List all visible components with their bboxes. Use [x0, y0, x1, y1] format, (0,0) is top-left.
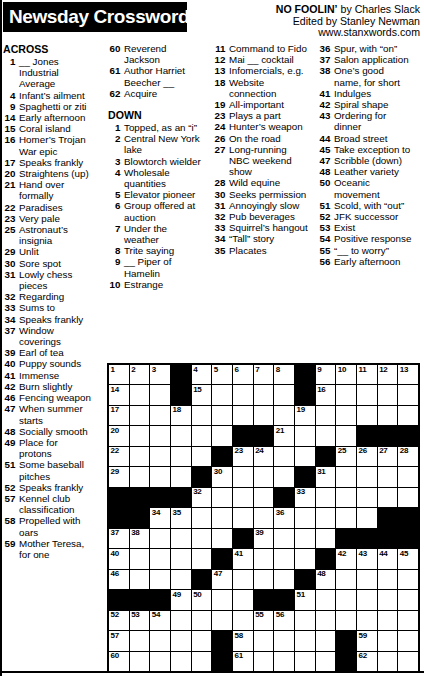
clue-text: Early afternoon: [19, 112, 91, 123]
cell-r2c1[interactable]: 14: [109, 385, 129, 404]
cell-r12c14[interactable]: [378, 590, 398, 609]
clue-number: 52: [318, 211, 334, 222]
cell-r13c7[interactable]: [233, 611, 253, 630]
cell-r6c9[interactable]: [274, 467, 294, 486]
across-clue-51: 51Some baseball pitches: [3, 459, 91, 481]
cell-r8c11[interactable]: [316, 508, 336, 527]
cell-r4c12[interactable]: [336, 426, 356, 445]
cell-r10c3[interactable]: [150, 549, 170, 568]
cell-r6c3[interactable]: [150, 467, 170, 486]
cell-r11c9[interactable]: [274, 570, 294, 589]
cell-r8c13[interactable]: [357, 508, 377, 527]
cell-r13c1[interactable]: 52: [109, 611, 129, 630]
cell-r1c8[interactable]: 7: [254, 365, 274, 384]
cell-r6c11[interactable]: 31: [316, 467, 336, 486]
cell-r4c2[interactable]: [130, 426, 150, 445]
block-r7c4: [171, 488, 191, 507]
cell-r13c9[interactable]: 56: [274, 611, 294, 630]
cell-r5c3[interactable]: [150, 447, 170, 466]
across-clue-23: 23Very pale: [3, 213, 91, 224]
clue-text: Reverend Jackson: [124, 43, 201, 65]
cell-r2c13[interactable]: [357, 385, 377, 404]
block-r8c14: [378, 508, 398, 527]
cell-r4c1[interactable]: 20: [109, 426, 129, 445]
clue-text: Mai __ cocktail: [229, 54, 309, 65]
cell-r7c14[interactable]: [378, 488, 398, 507]
clue-number: 42: [3, 381, 19, 392]
cell-r11c3[interactable]: [150, 570, 170, 589]
newspaper-crossword-clipping: { "game": "crossword", "variant": "Newsd…: [0, 0, 424, 676]
cell-r4c11[interactable]: [316, 426, 336, 445]
cell-r7c5[interactable]: 32: [192, 488, 212, 507]
clue-text: Immense: [19, 370, 91, 381]
cell-r10c14[interactable]: 44: [378, 549, 398, 568]
block-r10c11: [316, 549, 336, 568]
cell-r4c4[interactable]: [171, 426, 191, 445]
cell-r9c3[interactable]: [150, 529, 170, 548]
cell-r5c5[interactable]: [192, 447, 212, 466]
across-clue-37: 37Window coverings: [3, 325, 91, 347]
cell-r14c14[interactable]: [378, 631, 398, 650]
clue-number: 49: [3, 437, 19, 459]
cell-r14c8[interactable]: [254, 631, 274, 650]
block-r2c10: [295, 385, 315, 404]
cell-r14c7[interactable]: 58: [233, 631, 253, 650]
across-clue-9: 9Spaghetti or ziti: [3, 101, 91, 112]
cell-r1c12[interactable]: 10: [336, 365, 356, 384]
cell-r1c1[interactable]: 1: [109, 365, 129, 384]
down-clue-36: 36Spur, with “on”: [318, 43, 413, 54]
clue-text: Central New York lake: [124, 133, 201, 155]
cell-number: 23: [234, 447, 242, 456]
cell-r8c7[interactable]: [233, 508, 253, 527]
cell-number: 41: [234, 550, 242, 559]
cell-r4c10[interactable]: [295, 426, 315, 445]
cell-r8c3[interactable]: 34: [150, 508, 170, 527]
across-clue-21: 21Hand over formally: [3, 179, 91, 201]
clue-text: Fencing weapon: [19, 392, 91, 403]
cell-r15c10[interactable]: [295, 652, 315, 671]
clue-number: 25: [3, 224, 19, 246]
cell-r7c10[interactable]: 33: [295, 488, 315, 507]
cell-r12c6[interactable]: [212, 590, 232, 609]
cell-r6c7[interactable]: [233, 467, 253, 486]
cell-r9c9[interactable]: [274, 529, 294, 548]
cell-r4c6[interactable]: [212, 426, 232, 445]
cell-r6c4[interactable]: [171, 467, 191, 486]
cell-r2c8[interactable]: [254, 385, 274, 404]
cell-r9c2[interactable]: 38: [130, 529, 150, 548]
cell-number: 42: [338, 550, 346, 559]
cell-r2c2[interactable]: [130, 385, 150, 404]
block-r7c2: [130, 488, 150, 507]
down-clue-27: 27Long-running NBC weekend show: [213, 144, 309, 178]
clue-number: 3: [108, 156, 124, 167]
block-r8c15: [398, 508, 418, 527]
clue-text: Leather variety: [334, 166, 413, 177]
clue-text: Oceanic movement: [334, 177, 413, 199]
clue-number: 32: [213, 211, 229, 222]
cell-r9c4[interactable]: [171, 529, 191, 548]
across-clue-22: 22Paradises: [3, 202, 91, 213]
cell-r10c15[interactable]: 45: [398, 549, 418, 568]
cell-r12c4[interactable]: 49: [171, 590, 191, 609]
cell-r1c9[interactable]: 8: [274, 365, 294, 384]
cell-r5c9[interactable]: [274, 447, 294, 466]
cell-r5c7[interactable]: 23: [233, 447, 253, 466]
down-clue-30: 30Seeks permission: [213, 189, 309, 200]
across-clue-32: 32Regarding: [3, 291, 91, 302]
block-r12c2: [130, 590, 150, 609]
clue-text: Topped, as an “i”: [124, 122, 201, 133]
cell-r1c2[interactable]: 2: [130, 365, 150, 384]
cell-r9c1[interactable]: 37: [109, 529, 129, 548]
cell-r8c12[interactable]: [336, 508, 356, 527]
cell-r8c5[interactable]: [192, 508, 212, 527]
clue-number: 43: [318, 110, 334, 132]
cell-r12c5[interactable]: 50: [192, 590, 212, 609]
cell-r13c4[interactable]: [171, 611, 191, 630]
cell-r13c13[interactable]: [357, 611, 377, 630]
cell-number: 55: [255, 611, 263, 620]
clue-number: 44: [318, 133, 334, 144]
cell-number: 15: [193, 386, 201, 395]
cell-r11c13[interactable]: [357, 570, 377, 589]
cell-r1c11[interactable]: 9: [316, 365, 336, 384]
cell-r12c12[interactable]: [336, 590, 356, 609]
cell-r3c5[interactable]: [192, 406, 212, 425]
cell-r10c5[interactable]: [192, 549, 212, 568]
cell-r13c14[interactable]: [378, 611, 398, 630]
cell-r7c7[interactable]: [233, 488, 253, 507]
cell-r11c14[interactable]: [378, 570, 398, 589]
cell-r3c4[interactable]: 18: [171, 406, 191, 425]
cell-r9c11[interactable]: [316, 529, 336, 548]
clue-text: Sums to: [19, 302, 91, 313]
cell-r14c5[interactable]: [192, 631, 212, 650]
clue-number: 38: [318, 65, 334, 87]
puzzle-author: by Charles Slack: [341, 3, 420, 15]
cell-r15c13[interactable]: 62: [357, 652, 377, 671]
cell-r15c2[interactable]: [130, 652, 150, 671]
down-clue-51: 51Scold, with “out”: [318, 200, 413, 211]
cell-number: 61: [234, 652, 242, 661]
cell-r11c12[interactable]: [336, 570, 356, 589]
cell-number: 56: [276, 611, 284, 620]
cell-r14c3[interactable]: [150, 631, 170, 650]
cell-r2c11[interactable]: 16: [316, 385, 336, 404]
cell-number: 40: [111, 550, 119, 559]
cell-r1c3[interactable]: 3: [150, 365, 170, 384]
cell-r6c2[interactable]: [130, 467, 150, 486]
down-clue-19: 19All-important: [213, 99, 309, 110]
cell-r3c6[interactable]: [212, 406, 232, 425]
cell-r6c12[interactable]: [336, 467, 356, 486]
cell-r2c7[interactable]: [233, 385, 253, 404]
cell-r4c9[interactable]: 21: [274, 426, 294, 445]
cell-r5c1[interactable]: 22: [109, 447, 129, 466]
cell-r10c12[interactable]: 42: [336, 549, 356, 568]
cell-r1c6[interactable]: 5: [212, 365, 232, 384]
cell-r9c10[interactable]: [295, 529, 315, 548]
cell-r11c15[interactable]: [398, 570, 418, 589]
down-clue-50: 50Oceanic movement: [318, 177, 413, 199]
cell-r2c14[interactable]: [378, 385, 398, 404]
block-r4c14: [378, 426, 398, 445]
clue-text: Speaks frankly: [19, 314, 91, 325]
cell-r13c11[interactable]: [316, 611, 336, 630]
clue-text: JFK successor: [334, 211, 413, 222]
cell-r11c2[interactable]: [130, 570, 150, 589]
cell-r7c15[interactable]: [398, 488, 418, 507]
cell-r3c11[interactable]: [316, 406, 336, 425]
cell-r15c3[interactable]: [150, 652, 170, 671]
cell-r7c8[interactable]: [254, 488, 274, 507]
cell-r7c12[interactable]: [336, 488, 356, 507]
cell-r6c14[interactable]: [378, 467, 398, 486]
across-clue-4: 4Infant’s ailment: [3, 90, 91, 101]
cell-r6c1[interactable]: 29: [109, 467, 129, 486]
cell-r4c5[interactable]: [192, 426, 212, 445]
clue-number: 34: [3, 314, 19, 325]
cell-r5c10[interactable]: [295, 447, 315, 466]
clue-number: 51: [3, 459, 19, 481]
clue-number: 1: [108, 122, 124, 133]
clue-number: 9: [108, 256, 124, 278]
cell-r5c4[interactable]: [171, 447, 191, 466]
cell-r3c2[interactable]: [130, 406, 150, 425]
cell-number: 37: [111, 529, 119, 538]
cell-r8c9[interactable]: 36: [274, 508, 294, 527]
cell-r12c15[interactable]: [398, 590, 418, 609]
across-clue-47: 47When summer starts: [3, 403, 91, 425]
masthead: Newsday Crossword: [3, 2, 187, 32]
cell-r8c8[interactable]: [254, 508, 274, 527]
cell-r3c10[interactable]: 19: [295, 406, 315, 425]
clue-number: 11: [213, 43, 229, 54]
cell-r3c1[interactable]: 17: [109, 406, 129, 425]
cell-r3c14[interactable]: [378, 406, 398, 425]
cell-r15c7[interactable]: 61: [233, 652, 253, 671]
cell-r1c14[interactable]: 12: [378, 365, 398, 384]
cell-r10c10[interactable]: [295, 549, 315, 568]
cell-r10c8[interactable]: [254, 549, 274, 568]
clue-column-4: 36Spur, with “on”37Salon application38On…: [318, 43, 413, 267]
cell-r3c3[interactable]: [150, 406, 170, 425]
clue-text: Broad street: [334, 133, 413, 144]
cell-r5c2[interactable]: [130, 447, 150, 466]
down-clue-35: 35Placates: [213, 245, 309, 256]
cell-r6c15[interactable]: [398, 467, 418, 486]
down-clue-38: 38One’s good name, for short: [318, 65, 413, 87]
cell-r13c12[interactable]: [336, 611, 356, 630]
across-clue-34: 34Speaks frankly: [3, 314, 91, 325]
across-clue-49: 49Place for protons: [3, 437, 91, 459]
cell-r1c15[interactable]: 13: [398, 365, 418, 384]
cell-r5c14[interactable]: 27: [378, 447, 398, 466]
clue-text: Kennel club classification: [19, 493, 91, 515]
clue-text: Burn slightly: [19, 381, 91, 392]
cell-r15c4[interactable]: [171, 652, 191, 671]
cell-r14c11[interactable]: [316, 631, 336, 650]
cell-r5c12[interactable]: 25: [336, 447, 356, 466]
cell-r10c9[interactable]: [274, 549, 294, 568]
down-clue-53: 53Exist: [318, 222, 413, 233]
clue-text: Spaghetti or ziti: [19, 101, 91, 112]
cell-r3c8[interactable]: [254, 406, 274, 425]
cell-r2c6[interactable]: [212, 385, 232, 404]
clue-number: 23: [3, 213, 19, 224]
cell-number: 44: [379, 550, 387, 559]
across-clue-62: 62Acquire: [108, 88, 201, 99]
clue-number: 26: [213, 133, 229, 144]
cell-r14c9[interactable]: [274, 631, 294, 650]
cell-r13c3[interactable]: 54: [150, 611, 170, 630]
clue-number: 20: [3, 168, 19, 179]
cell-r12c10[interactable]: 51: [295, 590, 315, 609]
cell-number: 25: [338, 447, 346, 456]
cell-r15c15[interactable]: [398, 652, 418, 671]
cell-r12c11[interactable]: [316, 590, 336, 609]
cell-number: 8: [276, 366, 280, 375]
cell-r3c7[interactable]: [233, 406, 253, 425]
across-clue-16: 16Homer’s Trojan War epic: [3, 134, 91, 156]
clue-number: 8: [108, 245, 124, 256]
cell-r15c1[interactable]: 60: [109, 652, 129, 671]
clue-number: 30: [213, 189, 229, 200]
clue-column-1: ACROSS1__ Jones Industrial Average4Infan…: [3, 43, 91, 560]
cell-r6c13[interactable]: [357, 467, 377, 486]
block-r9c13: [357, 529, 377, 548]
clue-text: Astronaut’s insignia: [19, 224, 91, 246]
clue-number: 13: [213, 65, 229, 76]
cell-r2c5[interactable]: 15: [192, 385, 212, 404]
cell-r14c2[interactable]: [130, 631, 150, 650]
cell-number: 57: [111, 632, 119, 641]
cell-r13c15[interactable]: [398, 611, 418, 630]
clue-number: 23: [213, 110, 229, 121]
cell-r7c11[interactable]: [316, 488, 336, 507]
clue-text: Author Harriet Beecher __: [124, 65, 201, 87]
down-clue-9: 9__ Piper of Hamelin: [108, 256, 201, 278]
cell-r8c6[interactable]: [212, 508, 232, 527]
clue-number: 18: [213, 77, 229, 99]
cell-r15c14[interactable]: [378, 652, 398, 671]
cell-r14c1[interactable]: 57: [109, 631, 129, 650]
cell-r9c5[interactable]: [192, 529, 212, 548]
cell-r5c8[interactable]: 24: [254, 447, 274, 466]
cell-r14c15[interactable]: [398, 631, 418, 650]
cell-number: 49: [172, 591, 180, 600]
cell-r9c6[interactable]: [212, 529, 232, 548]
cell-r5c13[interactable]: 26: [357, 447, 377, 466]
clue-number: 12: [213, 54, 229, 65]
clue-text: Hunter’s weapon: [229, 121, 309, 132]
cell-r10c7[interactable]: 41: [233, 549, 253, 568]
cell-r2c3[interactable]: [150, 385, 170, 404]
down-clue-5: 5Elevator pioneer: [108, 189, 201, 200]
block-r5c11: [316, 447, 336, 466]
cell-r12c7[interactable]: [233, 590, 253, 609]
cell-r15c5[interactable]: [192, 652, 212, 671]
cell-r6c8[interactable]: [254, 467, 274, 486]
cell-r7c6[interactable]: [212, 488, 232, 507]
cell-r11c1[interactable]: 46: [109, 570, 129, 589]
cell-r11c7[interactable]: [233, 570, 253, 589]
cell-r5c15[interactable]: 28: [398, 447, 418, 466]
cell-r4c3[interactable]: [150, 426, 170, 445]
clue-number: 47: [318, 155, 334, 166]
cell-r11c11[interactable]: 48: [316, 570, 336, 589]
cell-r13c6[interactable]: [212, 611, 232, 630]
clue-number: 19: [213, 99, 229, 110]
cell-r3c9[interactable]: [274, 406, 294, 425]
cell-r10c4[interactable]: [171, 549, 191, 568]
cell-r14c10[interactable]: [295, 631, 315, 650]
cell-r3c13[interactable]: [357, 406, 377, 425]
clue-number: 61: [108, 65, 124, 87]
clue-number: 31: [213, 200, 229, 211]
cell-r15c8[interactable]: [254, 652, 274, 671]
cell-r3c12[interactable]: [336, 406, 356, 425]
cell-r10c13[interactable]: 43: [357, 549, 377, 568]
cell-r2c12[interactable]: [336, 385, 356, 404]
cell-r3c15[interactable]: [398, 406, 418, 425]
clue-number: 62: [108, 88, 124, 99]
cell-r6c6[interactable]: 30: [212, 467, 232, 486]
cell-r1c7[interactable]: 6: [233, 365, 253, 384]
cell-r1c13[interactable]: 11: [357, 365, 377, 384]
cell-r13c5[interactable]: [192, 611, 212, 630]
cell-r11c4[interactable]: [171, 570, 191, 589]
clue-text: Group offered at auction: [124, 200, 201, 222]
cell-r12c13[interactable]: [357, 590, 377, 609]
cell-r8c4[interactable]: 35: [171, 508, 191, 527]
cell-r1c5[interactable]: 4: [192, 365, 212, 384]
cell-r13c10[interactable]: [295, 611, 315, 630]
cell-r13c8[interactable]: 55: [254, 611, 274, 630]
clue-text: All-important: [229, 99, 309, 110]
cell-r15c9[interactable]: [274, 652, 294, 671]
down-clue-10: 10Estrange: [108, 279, 201, 290]
cell-r2c15[interactable]: [398, 385, 418, 404]
cell-r14c4[interactable]: [171, 631, 191, 650]
cell-r7c13[interactable]: [357, 488, 377, 507]
cell-r10c1[interactable]: 40: [109, 549, 129, 568]
cell-number: 14: [111, 386, 119, 395]
cell-number: 59: [358, 632, 366, 641]
clue-text: Positive response: [334, 233, 413, 244]
cell-number: 26: [358, 447, 366, 456]
clue-number: 35: [213, 245, 229, 256]
across-clue-1: 1__ Jones Industrial Average: [3, 56, 91, 90]
block-r8c1: [109, 508, 129, 527]
cell-r14c13[interactable]: 59: [357, 631, 377, 650]
block-r12c1: [109, 590, 129, 609]
cell-r15c11[interactable]: [316, 652, 336, 671]
cell-number: 19: [296, 406, 304, 415]
cell-r8c10[interactable]: [295, 508, 315, 527]
cell-r9c8[interactable]: 39: [254, 529, 274, 548]
cell-r13c2[interactable]: 53: [130, 611, 150, 630]
cell-r11c6[interactable]: 47: [212, 570, 232, 589]
cell-r11c8[interactable]: [254, 570, 274, 589]
byline-title-line: NO FOOLIN’ by Charles Slack: [276, 4, 420, 16]
clue-text: Scold, with “out”: [334, 200, 413, 211]
cell-r10c2[interactable]: [130, 549, 150, 568]
cell-r2c9[interactable]: [274, 385, 294, 404]
clipping-bottom-border: [0, 671, 424, 673]
